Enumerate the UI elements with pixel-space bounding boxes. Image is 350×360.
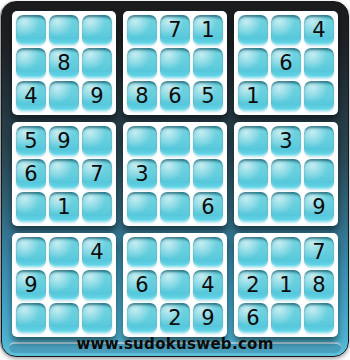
cell-r2c3[interactable] xyxy=(82,48,112,78)
cell-r9c6[interactable]: 9 xyxy=(193,303,223,333)
cell-r8c5[interactable] xyxy=(160,270,190,300)
cell-r6c7[interactable] xyxy=(238,192,268,222)
cell-r3c4[interactable]: 8 xyxy=(127,81,157,111)
cell-r4c6[interactable] xyxy=(193,126,223,156)
sudoku-box-7: 49 xyxy=(12,233,116,337)
sudoku-box-3: 461 xyxy=(234,11,338,115)
cell-r1c6[interactable]: 1 xyxy=(193,15,223,45)
cell-r6c8[interactable] xyxy=(271,192,301,222)
cell-r4c2[interactable]: 9 xyxy=(49,126,79,156)
sudoku-board: 8497186546159671363949642972186 xyxy=(12,11,338,337)
cell-r9c1[interactable] xyxy=(16,303,46,333)
cell-r6c4[interactable] xyxy=(127,192,157,222)
cell-r8c8[interactable]: 1 xyxy=(271,270,301,300)
cell-r9c7[interactable]: 6 xyxy=(238,303,268,333)
cell-r7c6[interactable] xyxy=(193,237,223,267)
cell-r8c2[interactable] xyxy=(49,270,79,300)
cell-r7c9[interactable]: 7 xyxy=(304,237,334,267)
cell-r3c9[interactable] xyxy=(304,81,334,111)
sudoku-box-9: 72186 xyxy=(234,233,338,337)
cell-r3c2[interactable] xyxy=(49,81,79,111)
cell-r3c6[interactable]: 5 xyxy=(193,81,223,111)
cell-r8c6[interactable]: 4 xyxy=(193,270,223,300)
cell-r4c5[interactable] xyxy=(160,126,190,156)
cell-r7c8[interactable] xyxy=(271,237,301,267)
cell-r6c9[interactable]: 9 xyxy=(304,192,334,222)
cell-r2c8[interactable]: 6 xyxy=(271,48,301,78)
cell-r2c2[interactable]: 8 xyxy=(49,48,79,78)
cell-r4c4[interactable] xyxy=(127,126,157,156)
cell-r5c7[interactable] xyxy=(238,159,268,189)
cell-r9c4[interactable] xyxy=(127,303,157,333)
cell-r9c9[interactable] xyxy=(304,303,334,333)
cell-r5c9[interactable] xyxy=(304,159,334,189)
sudoku-box-4: 59671 xyxy=(12,122,116,226)
cell-r4c1[interactable]: 5 xyxy=(16,126,46,156)
sudoku-box-5: 36 xyxy=(123,122,227,226)
cell-r8c1[interactable]: 9 xyxy=(16,270,46,300)
cell-r7c1[interactable] xyxy=(16,237,46,267)
cell-r5c4[interactable]: 3 xyxy=(127,159,157,189)
sudoku-box-6: 39 xyxy=(234,122,338,226)
cell-r7c4[interactable] xyxy=(127,237,157,267)
cell-r3c3[interactable]: 9 xyxy=(82,81,112,111)
cell-r1c3[interactable] xyxy=(82,15,112,45)
cell-r3c8[interactable] xyxy=(271,81,301,111)
cell-r6c1[interactable] xyxy=(16,192,46,222)
cell-r8c4[interactable]: 6 xyxy=(127,270,157,300)
cell-r5c8[interactable] xyxy=(271,159,301,189)
cell-r1c2[interactable] xyxy=(49,15,79,45)
cell-r6c2[interactable]: 1 xyxy=(49,192,79,222)
cell-r3c5[interactable]: 6 xyxy=(160,81,190,111)
cell-r4c9[interactable] xyxy=(304,126,334,156)
cell-r5c5[interactable] xyxy=(160,159,190,189)
cell-r5c2[interactable] xyxy=(49,159,79,189)
cell-r2c1[interactable] xyxy=(16,48,46,78)
cell-r7c3[interactable]: 4 xyxy=(82,237,112,267)
cell-r3c1[interactable]: 4 xyxy=(16,81,46,111)
cell-r4c8[interactable]: 3 xyxy=(271,126,301,156)
cell-r2c5[interactable] xyxy=(160,48,190,78)
cell-r8c3[interactable] xyxy=(82,270,112,300)
cell-r2c9[interactable] xyxy=(304,48,334,78)
cell-r1c8[interactable] xyxy=(271,15,301,45)
cell-r9c8[interactable] xyxy=(271,303,301,333)
cell-r9c2[interactable] xyxy=(49,303,79,333)
cell-r7c2[interactable] xyxy=(49,237,79,267)
cell-r8c9[interactable]: 8 xyxy=(304,270,334,300)
cell-r4c3[interactable] xyxy=(82,126,112,156)
cell-r3c7[interactable]: 1 xyxy=(238,81,268,111)
sudoku-box-1: 849 xyxy=(12,11,116,115)
cell-r6c3[interactable] xyxy=(82,192,112,222)
cell-r2c7[interactable] xyxy=(238,48,268,78)
cell-r7c7[interactable] xyxy=(238,237,268,267)
sudoku-box-2: 71865 xyxy=(123,11,227,115)
cell-r1c1[interactable] xyxy=(16,15,46,45)
cell-r6c6[interactable]: 6 xyxy=(193,192,223,222)
cell-r5c1[interactable]: 6 xyxy=(16,159,46,189)
cell-r9c3[interactable] xyxy=(82,303,112,333)
cell-r1c7[interactable] xyxy=(238,15,268,45)
cell-r9c5[interactable]: 2 xyxy=(160,303,190,333)
cell-r1c5[interactable]: 7 xyxy=(160,15,190,45)
sudoku-box-8: 6429 xyxy=(123,233,227,337)
cell-r2c4[interactable] xyxy=(127,48,157,78)
cell-r5c3[interactable]: 7 xyxy=(82,159,112,189)
cell-r1c4[interactable] xyxy=(127,15,157,45)
cell-r5c6[interactable] xyxy=(193,159,223,189)
footer-link[interactable]: www.sudokusweb.com xyxy=(0,334,350,354)
cell-r7c5[interactable] xyxy=(160,237,190,267)
cell-r2c6[interactable] xyxy=(193,48,223,78)
cell-r6c5[interactable] xyxy=(160,192,190,222)
sudoku-page: 8497186546159671363949642972186 www.sudo… xyxy=(0,0,350,360)
cell-r4c7[interactable] xyxy=(238,126,268,156)
cell-r1c9[interactable]: 4 xyxy=(304,15,334,45)
cell-r8c7[interactable]: 2 xyxy=(238,270,268,300)
